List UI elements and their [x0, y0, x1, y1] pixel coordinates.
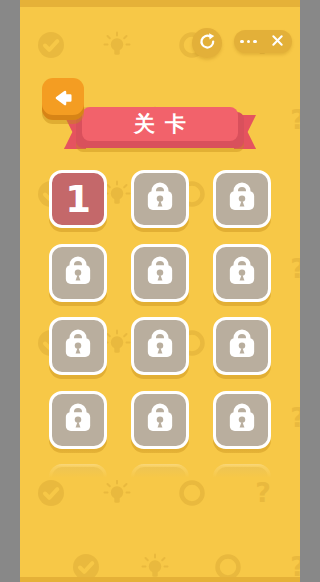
level-grid: 1 [20, 166, 300, 480]
lock-icon [142, 472, 178, 480]
close-button[interactable] [263, 30, 292, 53]
lock-icon [142, 399, 178, 441]
top-edge-strip [20, 0, 300, 7]
lock-icon [224, 252, 260, 294]
level-tile-10[interactable] [49, 391, 107, 449]
level-tile-7[interactable] [49, 317, 107, 375]
reload-icon [198, 32, 217, 54]
more-icon [240, 40, 257, 44]
level-tile-15[interactable] [213, 464, 271, 480]
lock-icon [60, 252, 96, 294]
question-icon: ? [284, 106, 300, 134]
level-tile-8[interactable] [131, 317, 189, 375]
level-tile-13[interactable] [49, 464, 107, 480]
level-tile-2[interactable] [131, 170, 189, 228]
question-icon: ? [249, 479, 277, 507]
question-icon: ? [20, 106, 27, 134]
lock-icon [224, 399, 260, 441]
lock-icon [224, 325, 260, 367]
reload-button[interactable] [192, 28, 222, 58]
back-arrow-icon [50, 85, 76, 114]
close-icon [271, 34, 284, 50]
level-tile-14[interactable] [131, 464, 189, 480]
bulb-icon [103, 479, 131, 507]
bulb-icon [103, 31, 131, 59]
check-icon [37, 479, 65, 507]
lock-icon [224, 472, 260, 480]
lock-icon [142, 325, 178, 367]
level-tile-6[interactable] [213, 244, 271, 302]
capsule-menu [234, 30, 292, 53]
level-tile-5[interactable] [131, 244, 189, 302]
check-icon [37, 31, 65, 59]
level-number: 1 [65, 181, 91, 218]
level-tile-12[interactable] [213, 391, 271, 449]
circle-icon [178, 479, 206, 507]
lock-icon [60, 399, 96, 441]
level-tile-3[interactable] [213, 170, 271, 228]
level-tile-4[interactable] [49, 244, 107, 302]
more-button[interactable] [234, 30, 263, 53]
lock-icon [224, 178, 260, 220]
back-button[interactable] [42, 78, 84, 120]
app-screen: ???????????? 1 关卡 [20, 0, 300, 582]
ribbon-front: 关卡 [82, 107, 238, 141]
lock-icon [60, 472, 96, 480]
level-tile-11[interactable] [131, 391, 189, 449]
level-tile-9[interactable] [213, 317, 271, 375]
lock-icon [60, 325, 96, 367]
level-tile-1[interactable]: 1 [49, 170, 107, 228]
level-grid-viewport: 1 [20, 166, 300, 480]
bottom-edge-strip [20, 577, 300, 582]
lock-icon [142, 178, 178, 220]
page-title: 关卡 [124, 110, 196, 138]
lock-icon [142, 252, 178, 294]
